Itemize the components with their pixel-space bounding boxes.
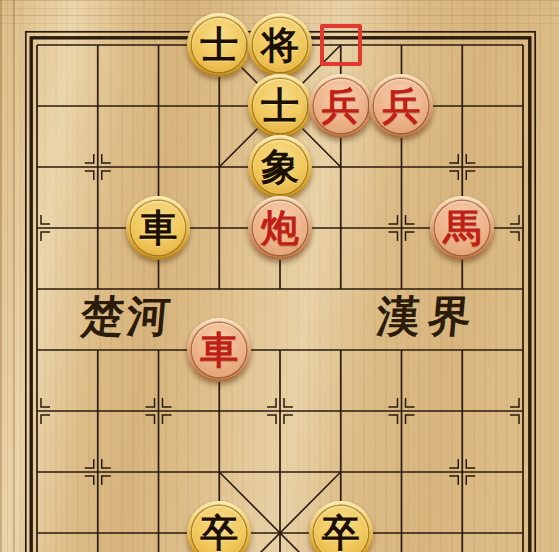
black-advisor[interactable]: 士 [187,13,251,77]
red-soldier[interactable]: 兵 [309,74,373,138]
black-elephant[interactable]: 象 [248,135,312,199]
piece-character: 士 [261,87,299,125]
piece-character: 士 [200,26,238,64]
black-soldier[interactable]: 卒 [187,501,251,552]
piece-character: 馬 [443,209,481,247]
last-move-highlight [320,24,362,66]
black-general[interactable]: 将 [248,13,312,77]
piece-character: 車 [200,331,238,369]
red-cannon[interactable]: 炮 [248,196,312,260]
piece-character: 卒 [322,514,360,552]
piece-character: 炮 [261,209,299,247]
piece-character: 将 [261,26,299,64]
black-advisor[interactable]: 士 [248,74,312,138]
piece-character: 兵 [382,87,420,125]
black-soldier[interactable]: 卒 [309,501,373,552]
pieces-layer: 士将士兵兵象車炮馬車卒卒 [7,15,554,552]
piece-character: 卒 [200,514,238,552]
piece-character: 象 [261,148,299,186]
black-chariot[interactable]: 車 [126,196,190,260]
red-horse[interactable]: 馬 [430,196,494,260]
piece-character: 車 [139,209,177,247]
red-soldier[interactable]: 兵 [369,74,433,138]
piece-character: 兵 [322,87,360,125]
red-chariot[interactable]: 車 [187,318,251,382]
xiangqi-app: 楚河 漢界 士将士兵兵象車炮馬車卒卒 [0,0,559,552]
